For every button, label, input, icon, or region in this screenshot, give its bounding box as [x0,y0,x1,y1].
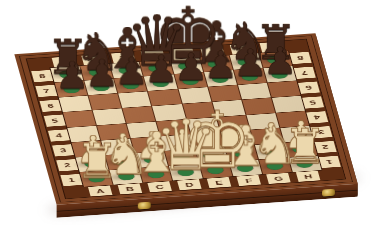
brass-clasp-icon [322,189,335,197]
coord-right-5: 5 [301,94,326,110]
coord-top-E: E [166,47,199,59]
coord-top-H: H [256,41,289,53]
coord-right-6: 6 [296,79,321,95]
chess-set-photo: ABCDEFGH ABCDEFGH 87654321 87654321 ♜♞♝♛… [0,0,376,230]
rook-glyph: ♜ [63,141,131,179]
coord-right-7: 7 [292,65,317,81]
coord-top-A: A [48,55,81,67]
coord-top-C: C [107,51,140,63]
coord-left-8: 8 [30,68,55,84]
coord-left-6: 6 [38,98,63,114]
coord-right-8: 8 [288,50,313,66]
folding-chess-board: ABCDEFGH ABCDEFGH 87654321 87654321 ♜♞♝♛… [14,33,357,205]
coord-top-F: F [196,45,229,57]
brass-clasp-icon [138,202,151,210]
coord-top-B: B [77,53,110,65]
coord-left-7: 7 [34,83,59,99]
coord-top-G: G [226,43,259,55]
coord-top-D: D [137,49,170,61]
